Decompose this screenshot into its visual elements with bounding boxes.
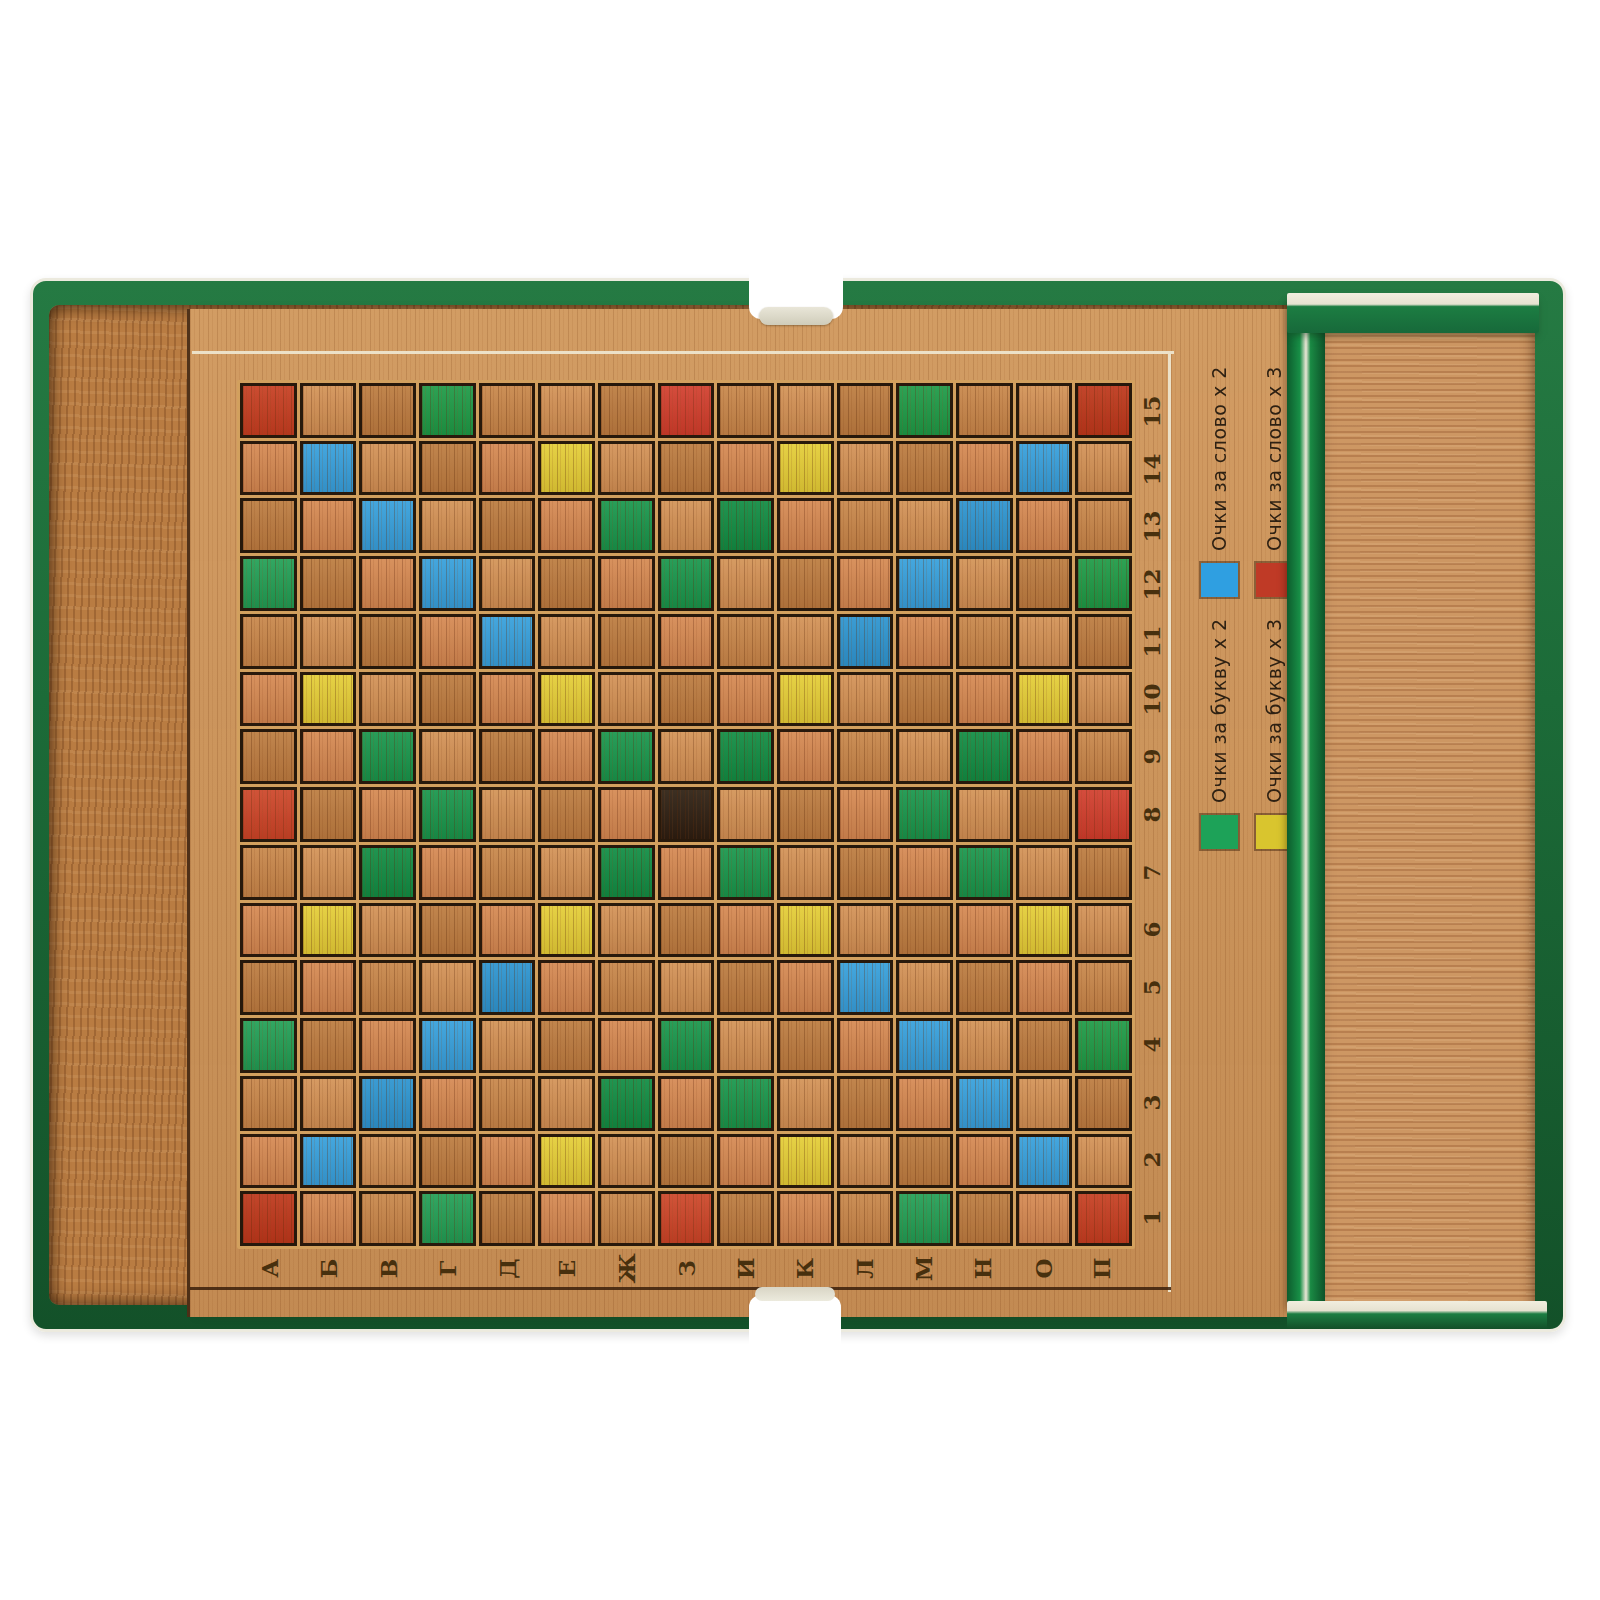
cell-З9: [661, 732, 712, 781]
cell-Д8: [482, 790, 533, 839]
cell-Ж5: [601, 963, 652, 1012]
cell-М9: [899, 732, 950, 781]
cell-Б3: [303, 1079, 354, 1128]
cell-Б8: [303, 790, 354, 839]
row-number-8: 8: [1135, 786, 1167, 844]
cell-Б14: [303, 444, 354, 493]
cell-Л13: [840, 501, 891, 550]
cell-Д1: [482, 1194, 533, 1243]
cell-Н6: [959, 906, 1010, 955]
cell-Г4: [422, 1021, 473, 1070]
column-letter-Д-text: Д: [496, 1258, 519, 1278]
cell-Г3: [422, 1079, 473, 1128]
cell-Б11: [303, 617, 354, 666]
row-number-14: 14: [1135, 441, 1167, 499]
cell-Д3: [482, 1079, 533, 1128]
cell-Е1: [541, 1194, 592, 1243]
cell-О3: [1019, 1079, 1070, 1128]
cell-Д2: [482, 1137, 533, 1186]
cell-А5: [243, 963, 294, 1012]
cell-И11: [720, 617, 771, 666]
cell-Б7: [303, 848, 354, 897]
cell-Ж1: [601, 1194, 652, 1243]
tile-tray: [1325, 309, 1535, 1309]
cell-Г7: [422, 848, 473, 897]
cell-Л12: [840, 559, 891, 608]
cell-П6: [1078, 906, 1129, 955]
cell-Б15: [303, 386, 354, 435]
cell-В8: [362, 790, 413, 839]
cell-Г9: [422, 732, 473, 781]
cell-Н14: [959, 444, 1010, 493]
row-number-8-text: 8: [1139, 806, 1162, 822]
cell-Ж11: [601, 617, 652, 666]
cell-П2: [1078, 1137, 1129, 1186]
cell-А11: [243, 617, 294, 666]
cell-В14: [362, 444, 413, 493]
cell-Л3: [840, 1079, 891, 1128]
cell-З3: [661, 1079, 712, 1128]
cell-О13: [1019, 501, 1070, 550]
cell-Н11: [959, 617, 1010, 666]
cell-О4: [1019, 1021, 1070, 1070]
cell-И5: [720, 963, 771, 1012]
cell-Е14: [541, 444, 592, 493]
cell-З11: [661, 617, 712, 666]
cell-М5: [899, 963, 950, 1012]
cell-О11: [1019, 617, 1070, 666]
cell-Л11: [840, 617, 891, 666]
cell-М3: [899, 1079, 950, 1128]
cell-К10: [780, 675, 831, 724]
board-sheet: 151413121110987654321 АБВГДЕЖЗИКЛМНОП Оч…: [187, 309, 1287, 1317]
finger-notch-bottom: [749, 1295, 841, 1347]
row-number-5-text: 5: [1139, 979, 1162, 995]
row-number-13: 13: [1135, 498, 1167, 556]
cell-З15: [661, 386, 712, 435]
cell-Ж13: [601, 501, 652, 550]
cell-З14: [661, 444, 712, 493]
cell-М8: [899, 790, 950, 839]
cell-Ж4: [601, 1021, 652, 1070]
row-number-9-text: 9: [1139, 749, 1162, 765]
legend-label: Очки за слово х 3: [1263, 359, 1285, 551]
legend-swatch: [1201, 815, 1238, 849]
cell-Ж3: [601, 1079, 652, 1128]
finger-notch-bottom-tab: [755, 1287, 835, 1301]
cell-А9: [243, 732, 294, 781]
cell-Н13: [959, 501, 1010, 550]
cell-Л5: [840, 963, 891, 1012]
cell-О14: [1019, 444, 1070, 493]
row-number-10-text: 10: [1140, 683, 1163, 715]
tray-divider-wall: [1287, 301, 1325, 1313]
cell-Н1: [959, 1194, 1010, 1243]
cell-Н3: [959, 1079, 1010, 1128]
cell-В3: [362, 1079, 413, 1128]
cell-П4: [1078, 1021, 1129, 1070]
column-letter-М: М: [894, 1249, 953, 1287]
cell-В11: [362, 617, 413, 666]
cell-Г6: [422, 906, 473, 955]
column-letter-Н: Н: [954, 1249, 1013, 1287]
cell-П3: [1078, 1079, 1129, 1128]
cell-А8: [243, 790, 294, 839]
cell-И1: [720, 1194, 771, 1243]
cell-И8: [720, 790, 771, 839]
cell-Л14: [840, 444, 891, 493]
cell-Е7: [541, 848, 592, 897]
cell-Г8: [422, 790, 473, 839]
cell-З13: [661, 501, 712, 550]
column-letter-Б-text: Б: [318, 1258, 341, 1278]
cell-Д12: [482, 559, 533, 608]
cell-Д7: [482, 848, 533, 897]
cell-И13: [720, 501, 771, 550]
cell-П11: [1078, 617, 1129, 666]
cell-Д14: [482, 444, 533, 493]
row-number-1: 1: [1135, 1188, 1167, 1246]
cell-П5: [1078, 963, 1129, 1012]
cell-В7: [362, 848, 413, 897]
cell-Е5: [541, 963, 592, 1012]
cell-Е2: [541, 1137, 592, 1186]
cell-Е9: [541, 732, 592, 781]
cell-Д13: [482, 501, 533, 550]
cell-И12: [720, 559, 771, 608]
row-number-6-text: 6: [1139, 922, 1162, 938]
cell-Ж8: [601, 790, 652, 839]
cell-Ж2: [601, 1137, 652, 1186]
cell-О7: [1019, 848, 1070, 897]
cell-В15: [362, 386, 413, 435]
cell-Д5: [482, 963, 533, 1012]
cell-Ж12: [601, 559, 652, 608]
cell-З6: [661, 906, 712, 955]
cell-В5: [362, 963, 413, 1012]
cell-В6: [362, 906, 413, 955]
row-number-4-text: 4: [1139, 1037, 1162, 1053]
cell-П1: [1078, 1194, 1129, 1243]
cell-Н7: [959, 848, 1010, 897]
cell-З10: [661, 675, 712, 724]
cell-Е15: [541, 386, 592, 435]
row-number-14-text: 14: [1140, 453, 1163, 485]
cell-К5: [780, 963, 831, 1012]
cell-Д6: [482, 906, 533, 955]
cell-П14: [1078, 444, 1129, 493]
cell-П8: [1078, 790, 1129, 839]
cell-Б9: [303, 732, 354, 781]
premium-grid: [237, 380, 1135, 1249]
row-number-6: 6: [1135, 901, 1167, 959]
column-letter-З: З: [656, 1249, 715, 1287]
column-letter-Н-text: Н: [972, 1257, 995, 1279]
column-letter-К-text: К: [793, 1258, 816, 1279]
column-letter-В-text: В: [377, 1258, 400, 1277]
cell-Д4: [482, 1021, 533, 1070]
cell-Д15: [482, 386, 533, 435]
cell-Д9: [482, 732, 533, 781]
row-number-13-text: 13: [1140, 511, 1163, 543]
cell-К6: [780, 906, 831, 955]
cell-Б12: [303, 559, 354, 608]
row-number-4: 4: [1135, 1016, 1167, 1074]
column-letter-М-text: М: [912, 1255, 935, 1280]
row-number-3-text: 3: [1139, 1094, 1162, 1110]
cell-Н2: [959, 1137, 1010, 1186]
column-letter-Б: Б: [299, 1249, 358, 1287]
cell-К4: [780, 1021, 831, 1070]
cell-А14: [243, 444, 294, 493]
legend-label: Очки за слово х 2: [1208, 359, 1230, 551]
cell-И10: [720, 675, 771, 724]
cell-О10: [1019, 675, 1070, 724]
cell-П10: [1078, 675, 1129, 724]
cell-Ж14: [601, 444, 652, 493]
row-number-5: 5: [1135, 958, 1167, 1016]
column-letter-И-text: И: [734, 1257, 757, 1279]
column-letter-Е-text: Е: [556, 1259, 579, 1277]
column-letters: АБВГДЕЖЗИКЛМНОП: [240, 1249, 1132, 1287]
column-letter-И: И: [716, 1249, 775, 1287]
cell-И9: [720, 732, 771, 781]
cell-Л6: [840, 906, 891, 955]
cell-Г1: [422, 1194, 473, 1243]
cell-Г10: [422, 675, 473, 724]
cell-К12: [780, 559, 831, 608]
cell-А10: [243, 675, 294, 724]
board-frame-line-right: [1168, 351, 1171, 1292]
cell-К1: [780, 1194, 831, 1243]
cell-П9: [1078, 732, 1129, 781]
cell-М13: [899, 501, 950, 550]
cell-Ж9: [601, 732, 652, 781]
legend-swatch: [1201, 563, 1238, 597]
column-letter-В: В: [359, 1249, 418, 1287]
cell-Е12: [541, 559, 592, 608]
row-number-1-text: 1: [1139, 1209, 1162, 1225]
cell-В2: [362, 1137, 413, 1186]
column-letter-Л-text: Л: [853, 1258, 876, 1278]
cell-К15: [780, 386, 831, 435]
row-number-7-text: 7: [1139, 864, 1162, 880]
cell-М10: [899, 675, 950, 724]
tray-flap-top: [1287, 293, 1539, 333]
column-letter-А: А: [240, 1249, 299, 1287]
cell-О9: [1019, 732, 1070, 781]
cell-Н4: [959, 1021, 1010, 1070]
cell-Б2: [303, 1137, 354, 1186]
cell-Н9: [959, 732, 1010, 781]
cell-П12: [1078, 559, 1129, 608]
column-letter-Д: Д: [478, 1249, 537, 1287]
row-number-12: 12: [1135, 556, 1167, 614]
cell-Н15: [959, 386, 1010, 435]
cell-В9: [362, 732, 413, 781]
board-frame-line-bottom: [190, 1287, 1171, 1290]
row-number-15-text: 15: [1140, 396, 1163, 428]
cell-М7: [899, 848, 950, 897]
cell-П15: [1078, 386, 1129, 435]
cell-Е3: [541, 1079, 592, 1128]
cell-Е10: [541, 675, 592, 724]
tray-flap-bottom: [1287, 1301, 1547, 1329]
cell-Л2: [840, 1137, 891, 1186]
cell-В4: [362, 1021, 413, 1070]
cell-К11: [780, 617, 831, 666]
cell-Л8: [840, 790, 891, 839]
cell-И15: [720, 386, 771, 435]
cell-Л10: [840, 675, 891, 724]
cell-М1: [899, 1194, 950, 1243]
cell-О1: [1019, 1194, 1070, 1243]
cell-Ж7: [601, 848, 652, 897]
cell-Л1: [840, 1194, 891, 1243]
cell-К14: [780, 444, 831, 493]
column-letter-К: К: [775, 1249, 834, 1287]
row-number-9: 9: [1135, 728, 1167, 786]
cell-И7: [720, 848, 771, 897]
column-letter-Л: Л: [835, 1249, 894, 1287]
cell-Н5: [959, 963, 1010, 1012]
cell-Е4: [541, 1021, 592, 1070]
column-letter-П: П: [1073, 1249, 1132, 1287]
cell-Б1: [303, 1194, 354, 1243]
row-number-15: 15: [1135, 383, 1167, 441]
cell-М4: [899, 1021, 950, 1070]
cell-Г2: [422, 1137, 473, 1186]
column-letter-О-text: О: [1031, 1258, 1054, 1278]
cell-Д10: [482, 675, 533, 724]
cell-А4: [243, 1021, 294, 1070]
board-frame-line-top: [192, 351, 1174, 354]
cell-М11: [899, 617, 950, 666]
score-legend: Очки за слово х 2Очки за букву х 2Очки з…: [1198, 359, 1295, 853]
cell-Н10: [959, 675, 1010, 724]
cell-М12: [899, 559, 950, 608]
game-box: 151413121110987654321 АБВГДЕЖЗИКЛМНОП Оч…: [30, 278, 1566, 1332]
column-letter-П-text: П: [1091, 1257, 1114, 1279]
cell-З4: [661, 1021, 712, 1070]
photo-scene: 151413121110987654321 АБВГДЕЖЗИКЛМНОП Оч…: [0, 0, 1600, 1600]
cell-П13: [1078, 501, 1129, 550]
cell-К7: [780, 848, 831, 897]
cell-А1: [243, 1194, 294, 1243]
cell-Г11: [422, 617, 473, 666]
cell-Н12: [959, 559, 1010, 608]
row-number-11-text: 11: [1140, 626, 1163, 658]
cell-Б4: [303, 1021, 354, 1070]
cell-А2: [243, 1137, 294, 1186]
cell-О15: [1019, 386, 1070, 435]
cell-В1: [362, 1194, 413, 1243]
cell-З5: [661, 963, 712, 1012]
cell-И2: [720, 1137, 771, 1186]
cell-Л9: [840, 732, 891, 781]
cell-И14: [720, 444, 771, 493]
cell-И6: [720, 906, 771, 955]
cell-Ж15: [601, 386, 652, 435]
cell-О12: [1019, 559, 1070, 608]
cell-А15: [243, 386, 294, 435]
cell-Б10: [303, 675, 354, 724]
cell-О6: [1019, 906, 1070, 955]
row-number-2: 2: [1135, 1131, 1167, 1189]
cell-М14: [899, 444, 950, 493]
cell-О2: [1019, 1137, 1070, 1186]
cell-И3: [720, 1079, 771, 1128]
legend-label: Очки за букву х 3: [1263, 611, 1285, 803]
cell-Г14: [422, 444, 473, 493]
cell-А13: [243, 501, 294, 550]
cell-В10: [362, 675, 413, 724]
cell-М6: [899, 906, 950, 955]
cell-Б6: [303, 906, 354, 955]
row-number-10: 10: [1135, 671, 1167, 729]
cell-К13: [780, 501, 831, 550]
column-letter-Ж: Ж: [597, 1249, 656, 1287]
cell-К9: [780, 732, 831, 781]
finger-notch-top-tab: [759, 307, 833, 325]
row-number-12-text: 12: [1140, 568, 1163, 600]
row-number-3: 3: [1135, 1073, 1167, 1131]
cell-Г15: [422, 386, 473, 435]
row-number-11: 11: [1135, 613, 1167, 671]
cell-К2: [780, 1137, 831, 1186]
cell-Ж10: [601, 675, 652, 724]
cell-Б5: [303, 963, 354, 1012]
cell-Г13: [422, 501, 473, 550]
column-letter-Г-text: Г: [437, 1260, 460, 1276]
row-number-2-text: 2: [1139, 1152, 1162, 1168]
column-letter-З-text: З: [675, 1260, 698, 1277]
cell-Е13: [541, 501, 592, 550]
cell-Д11: [482, 617, 533, 666]
cell-О5: [1019, 963, 1070, 1012]
cell-А12: [243, 559, 294, 608]
column-letter-Е: Е: [537, 1249, 596, 1287]
column-letter-Ж-text: Ж: [615, 1253, 638, 1283]
cell-Б13: [303, 501, 354, 550]
cell-М15: [899, 386, 950, 435]
cell-П7: [1078, 848, 1129, 897]
cell-З12: [661, 559, 712, 608]
cell-Е11: [541, 617, 592, 666]
row-number-7: 7: [1135, 843, 1167, 901]
cell-Е6: [541, 906, 592, 955]
cell-З2: [661, 1137, 712, 1186]
cell-А7: [243, 848, 294, 897]
legend-label: Очки за букву х 2: [1208, 611, 1230, 803]
cell-К8: [780, 790, 831, 839]
cell-В12: [362, 559, 413, 608]
legend-column-1: Очки за слово х 2Очки за букву х 2: [1198, 359, 1240, 853]
cell-Г5: [422, 963, 473, 1012]
cell-К3: [780, 1079, 831, 1128]
cell-Н8: [959, 790, 1010, 839]
cell-М2: [899, 1137, 950, 1186]
cell-А6: [243, 906, 294, 955]
cell-А3: [243, 1079, 294, 1128]
cell-Г12: [422, 559, 473, 608]
cell-О8: [1019, 790, 1070, 839]
cell-Е8: [541, 790, 592, 839]
cell-З1: [661, 1194, 712, 1243]
cell-В13: [362, 501, 413, 550]
cell-Ж6: [601, 906, 652, 955]
cell-Л7: [840, 848, 891, 897]
